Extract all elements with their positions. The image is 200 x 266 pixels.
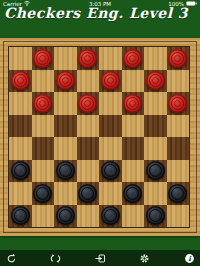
board-square[interactable] bbox=[77, 92, 100, 115]
board-square[interactable] bbox=[99, 115, 122, 138]
black-checker[interactable] bbox=[33, 184, 52, 203]
board-square[interactable] bbox=[77, 70, 100, 93]
board-square[interactable] bbox=[144, 115, 167, 138]
board-square[interactable] bbox=[77, 160, 100, 183]
board-square[interactable] bbox=[54, 182, 77, 205]
board-square[interactable] bbox=[54, 160, 77, 183]
red-checker[interactable] bbox=[101, 71, 120, 90]
board-square[interactable] bbox=[167, 92, 190, 115]
board-square[interactable] bbox=[32, 205, 55, 228]
black-checker[interactable] bbox=[168, 184, 187, 203]
board-square[interactable] bbox=[99, 92, 122, 115]
board-square[interactable] bbox=[54, 205, 77, 228]
red-checker[interactable] bbox=[168, 94, 187, 113]
board-square[interactable] bbox=[32, 47, 55, 70]
board-square[interactable] bbox=[9, 205, 32, 228]
board-square[interactable] bbox=[99, 182, 122, 205]
board-square[interactable] bbox=[77, 137, 100, 160]
board-square[interactable] bbox=[77, 115, 100, 138]
board-square[interactable] bbox=[9, 160, 32, 183]
black-checker[interactable] bbox=[11, 161, 30, 180]
board-square[interactable] bbox=[122, 160, 145, 183]
board-square[interactable] bbox=[122, 115, 145, 138]
board-square[interactable] bbox=[77, 47, 100, 70]
red-checker[interactable] bbox=[123, 94, 142, 113]
red-checker[interactable] bbox=[78, 94, 97, 113]
board-square[interactable] bbox=[9, 92, 32, 115]
board-square[interactable] bbox=[9, 137, 32, 160]
board-square[interactable] bbox=[167, 47, 190, 70]
black-checker[interactable] bbox=[123, 184, 142, 203]
board-square[interactable] bbox=[144, 70, 167, 93]
board-square[interactable] bbox=[54, 70, 77, 93]
red-checker[interactable] bbox=[33, 49, 52, 68]
black-checker[interactable] bbox=[56, 161, 75, 180]
board-square[interactable] bbox=[122, 205, 145, 228]
board-square[interactable] bbox=[122, 70, 145, 93]
info-icon[interactable]: i bbox=[182, 251, 196, 265]
undo-icon[interactable] bbox=[4, 251, 18, 265]
board-square[interactable] bbox=[9, 70, 32, 93]
board-square[interactable] bbox=[167, 70, 190, 93]
board-square[interactable] bbox=[167, 182, 190, 205]
board-square[interactable] bbox=[32, 92, 55, 115]
board-square[interactable] bbox=[167, 205, 190, 228]
red-checker[interactable] bbox=[11, 71, 30, 90]
black-checker[interactable] bbox=[78, 184, 97, 203]
replay-icon[interactable] bbox=[49, 251, 63, 265]
black-checker[interactable] bbox=[11, 206, 30, 225]
red-checker[interactable] bbox=[33, 94, 52, 113]
red-checker[interactable] bbox=[168, 49, 187, 68]
board-square[interactable] bbox=[122, 182, 145, 205]
board-square[interactable] bbox=[77, 205, 100, 228]
red-checker[interactable] bbox=[146, 71, 165, 90]
board-square[interactable] bbox=[122, 47, 145, 70]
board-square[interactable] bbox=[144, 47, 167, 70]
board-square[interactable] bbox=[54, 47, 77, 70]
checkers-app-screen: Carrier 3:03 PM 100% Checkers Eng. Level… bbox=[0, 0, 200, 266]
board-square[interactable] bbox=[122, 92, 145, 115]
board-square[interactable] bbox=[9, 182, 32, 205]
black-checker[interactable] bbox=[56, 206, 75, 225]
bottom-toolbar: i bbox=[0, 250, 200, 266]
red-checker[interactable] bbox=[123, 49, 142, 68]
board-square[interactable] bbox=[32, 182, 55, 205]
board-square[interactable] bbox=[32, 137, 55, 160]
board-square[interactable] bbox=[144, 160, 167, 183]
playing-area bbox=[8, 46, 190, 228]
board-square[interactable] bbox=[144, 205, 167, 228]
settings-icon[interactable] bbox=[138, 251, 152, 265]
board-square[interactable] bbox=[99, 70, 122, 93]
board-square[interactable] bbox=[99, 137, 122, 160]
board-square[interactable] bbox=[144, 182, 167, 205]
board-square[interactable] bbox=[144, 137, 167, 160]
red-checker[interactable] bbox=[56, 71, 75, 90]
board-square[interactable] bbox=[99, 205, 122, 228]
page-title: Checkers Eng. Level 3 bbox=[4, 5, 198, 21]
board-square[interactable] bbox=[99, 47, 122, 70]
black-checker[interactable] bbox=[146, 206, 165, 225]
board-square[interactable] bbox=[32, 115, 55, 138]
board-square[interactable] bbox=[167, 115, 190, 138]
board-square[interactable] bbox=[32, 160, 55, 183]
board-square[interactable] bbox=[144, 92, 167, 115]
red-checker[interactable] bbox=[78, 49, 97, 68]
board-square[interactable] bbox=[32, 70, 55, 93]
checkers-board bbox=[0, 38, 200, 236]
board-square[interactable] bbox=[77, 182, 100, 205]
board-square[interactable] bbox=[122, 137, 145, 160]
board-square[interactable] bbox=[9, 115, 32, 138]
board-square[interactable] bbox=[167, 160, 190, 183]
black-checker[interactable] bbox=[101, 206, 120, 225]
black-checker[interactable] bbox=[101, 161, 120, 180]
board-square[interactable] bbox=[54, 137, 77, 160]
board-square[interactable] bbox=[54, 115, 77, 138]
board-square[interactable] bbox=[167, 137, 190, 160]
board-square[interactable] bbox=[9, 47, 32, 70]
new-game-icon[interactable] bbox=[93, 251, 107, 265]
board-square[interactable] bbox=[99, 160, 122, 183]
board-square[interactable] bbox=[54, 92, 77, 115]
black-checker[interactable] bbox=[146, 161, 165, 180]
